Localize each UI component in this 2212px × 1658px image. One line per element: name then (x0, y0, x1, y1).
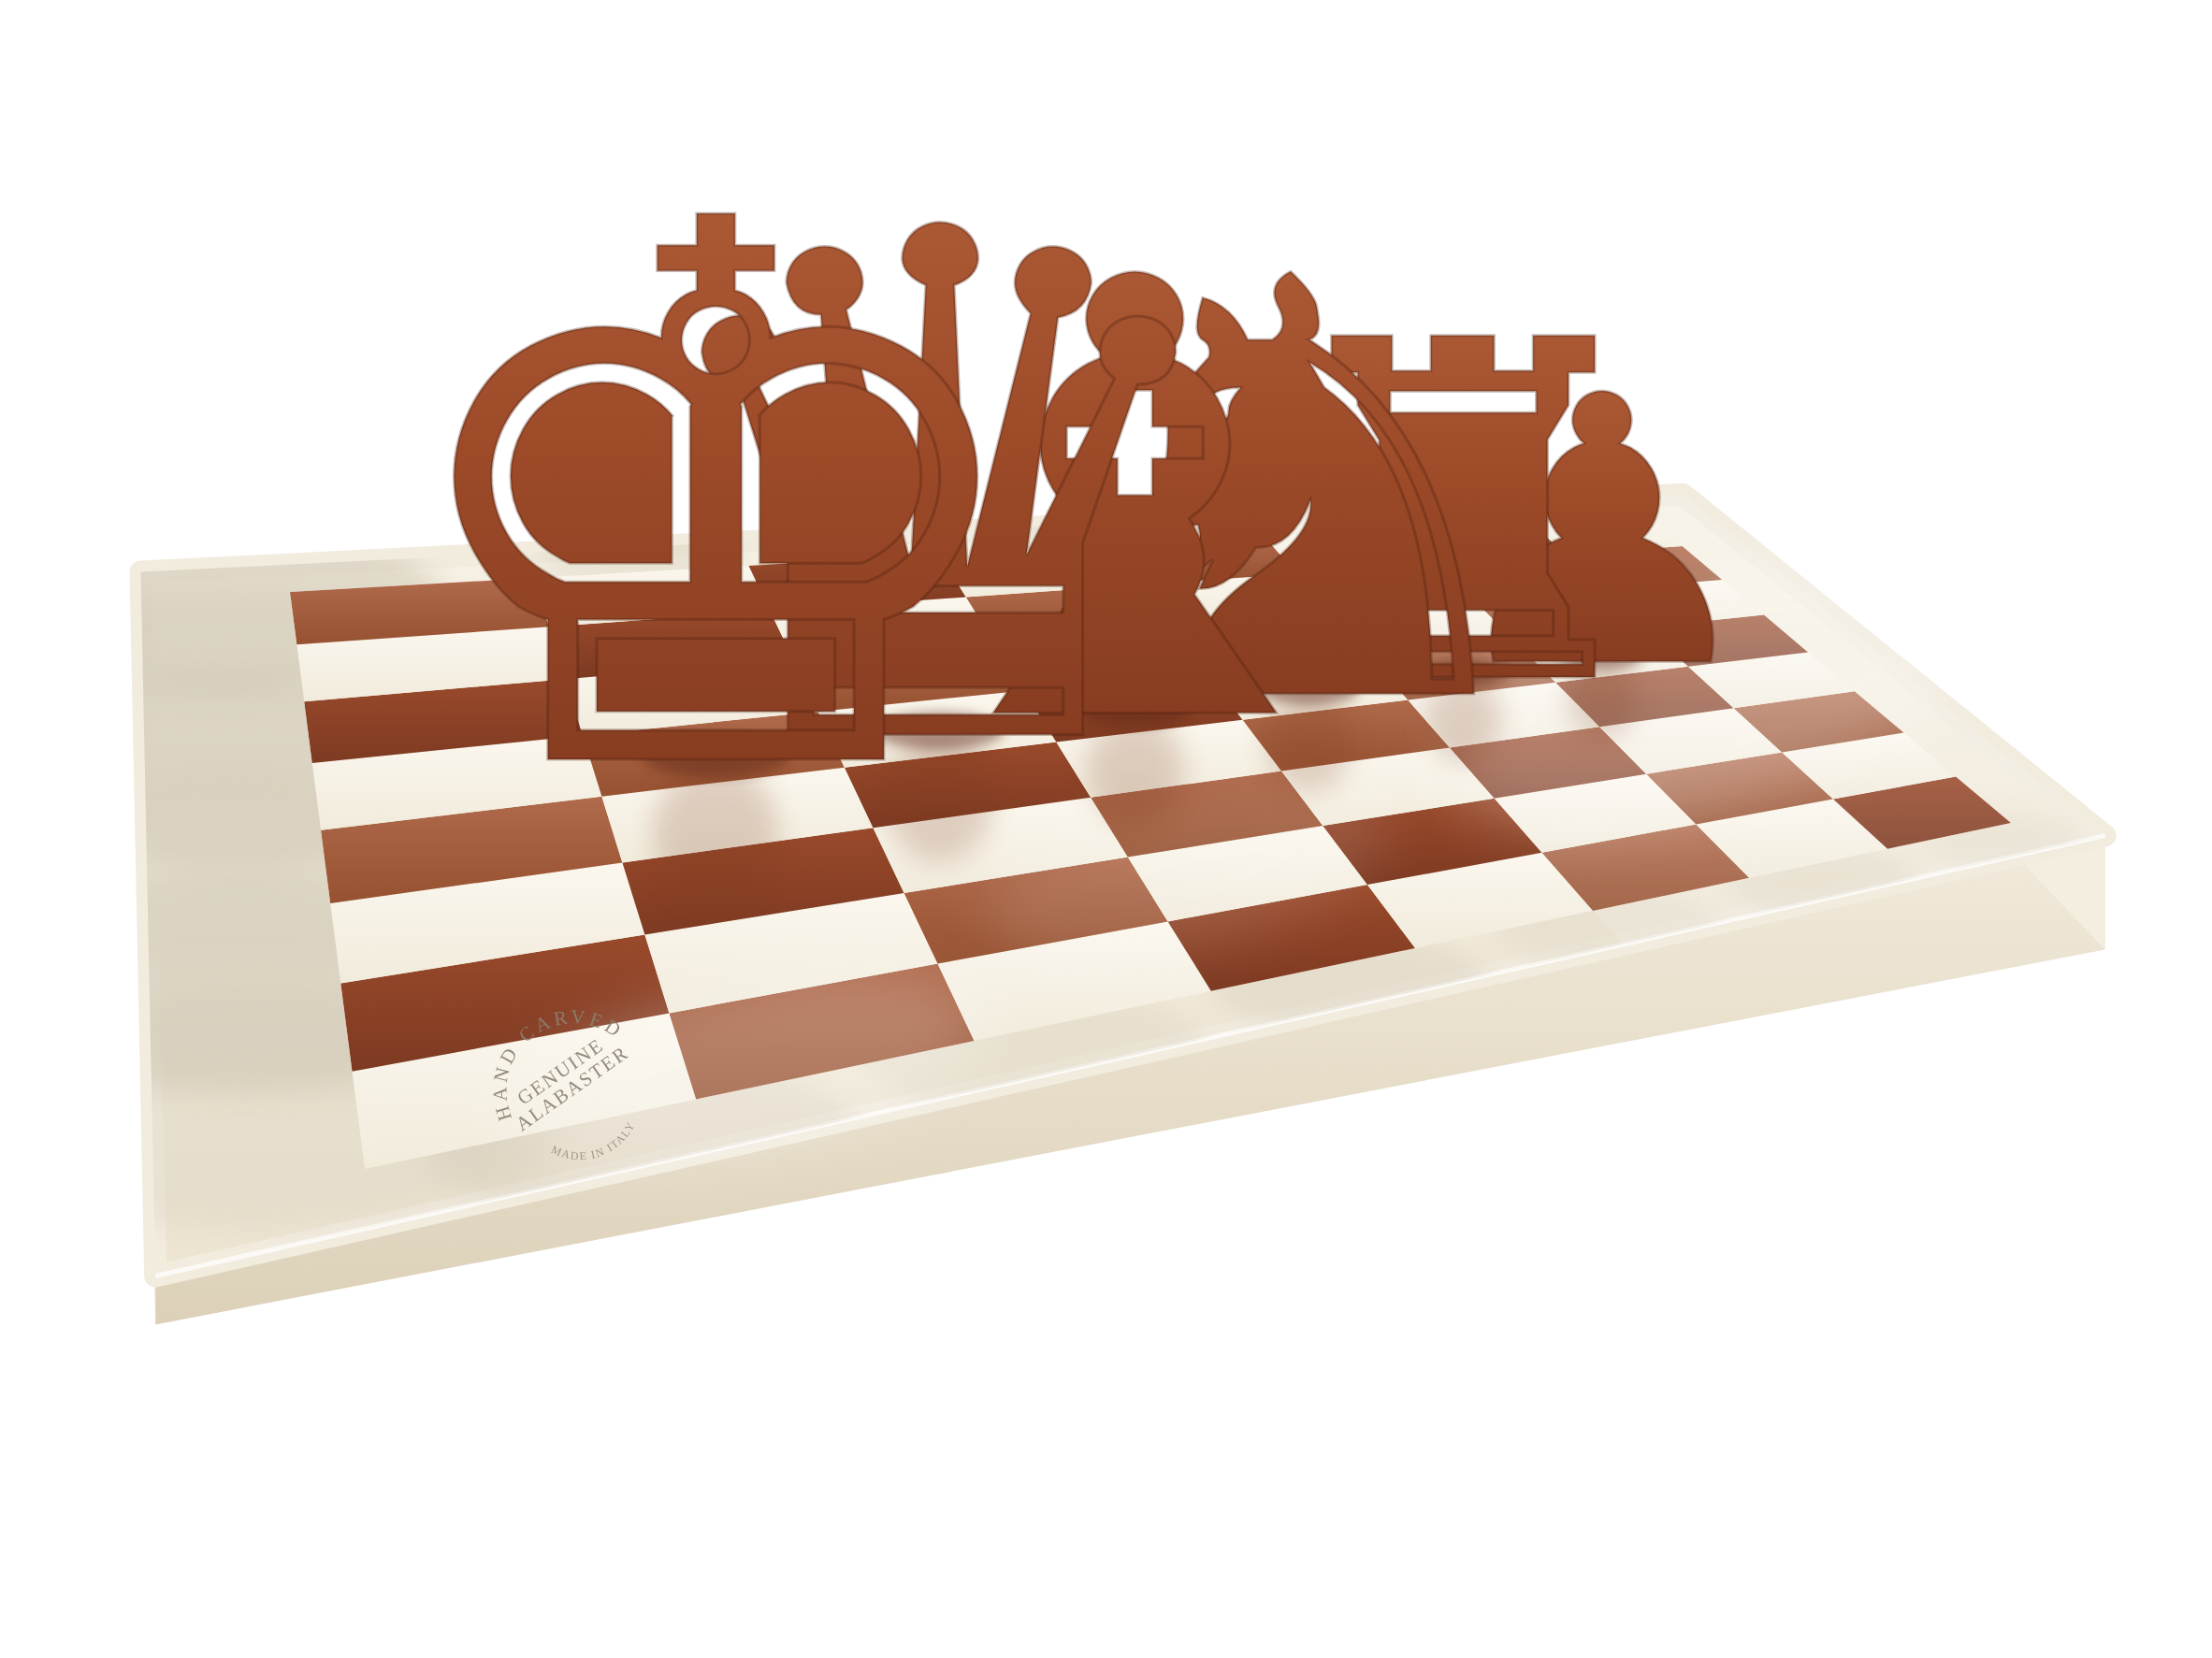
chess-pieces: ♟♜♞♝♛♚ (381, 65, 1768, 935)
chessboard-scene: HAND CARVED GENUINE ALABASTER MADE IN IT… (0, 0, 2212, 1658)
alabaster-chess-set-photo: HAND CARVED GENUINE ALABASTER MADE IN IT… (0, 0, 2212, 1658)
piece-king[interactable]: ♚ (381, 65, 1050, 935)
